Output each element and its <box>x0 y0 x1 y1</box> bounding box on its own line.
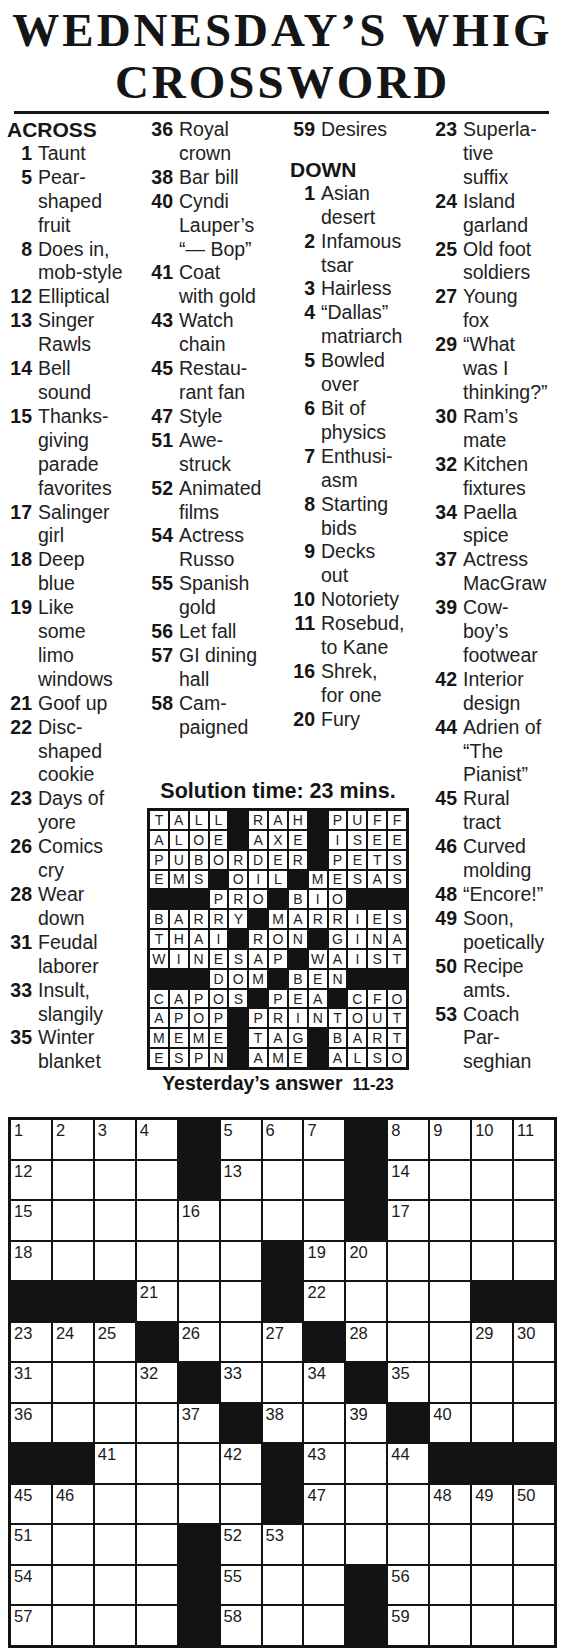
solution-cell: E <box>368 831 386 849</box>
grid-cell-r3c5[interactable]: 16 <box>179 1201 219 1240</box>
clue-number: 58 <box>148 692 179 740</box>
across-header: ACROSS <box>7 118 140 142</box>
clue: 18Deepblue <box>7 548 140 596</box>
grid-cell-r3c8[interactable] <box>304 1201 344 1240</box>
solution-cell: P <box>210 890 228 908</box>
grid-cell-r12c3[interactable] <box>95 1566 135 1605</box>
clue: 59Desires <box>290 118 423 142</box>
grid-cell-r2c13[interactable] <box>514 1161 554 1200</box>
cell-number: 29 <box>475 1323 493 1343</box>
cell-number: 22 <box>307 1282 325 1302</box>
cell-number: 46 <box>56 1485 74 1505</box>
grid-cell-r12c10[interactable]: 56 <box>388 1566 428 1605</box>
grid-cell-r10c13[interactable]: 50 <box>514 1485 554 1524</box>
grid-black-cell <box>388 1404 428 1443</box>
grid-cell-r12c1[interactable]: 54 <box>11 1566 51 1605</box>
solution-cell: C <box>150 990 168 1008</box>
yesterday-caption: Yesterday’s answer11-23 <box>132 1072 424 1095</box>
clue: 23Days ofyore <box>7 787 140 835</box>
clue-text: Spanishgold <box>179 572 281 620</box>
grid-cell-r9c3[interactable]: 41 <box>95 1444 135 1483</box>
solution-black-cell <box>170 890 188 908</box>
clue-text: Fury <box>321 708 423 732</box>
grid-cell-r8c4[interactable] <box>137 1404 177 1443</box>
solution-cell: P <box>190 1049 208 1067</box>
solution-cell: C <box>348 990 366 1008</box>
solution-cell: S <box>388 910 406 928</box>
solution-cell: A <box>348 1029 366 1047</box>
solution-cell: I <box>289 1009 307 1027</box>
grid-cell-r4c13[interactable] <box>514 1242 554 1281</box>
page-title-line1: WEDNESDAY’S WHIG <box>0 4 565 56</box>
grid-cell-r10c8[interactable]: 47 <box>304 1485 344 1524</box>
solution-cell: L <box>190 811 208 829</box>
grid-cell-r9c5[interactable] <box>179 1444 219 1483</box>
grid-cell-r12c6[interactable]: 55 <box>221 1566 261 1605</box>
grid-cell-r11c3[interactable] <box>95 1525 135 1564</box>
solution-cell: E <box>368 910 386 928</box>
solution-cell: E <box>289 831 307 849</box>
grid-cell-r11c4[interactable] <box>137 1525 177 1564</box>
clue-number: 22 <box>7 716 38 788</box>
clue: 12Elliptical <box>7 285 140 309</box>
grid-cell-r12c13[interactable] <box>514 1566 554 1605</box>
grid-cell-r2c1[interactable]: 12 <box>11 1161 51 1200</box>
solution-black-cell <box>229 1009 247 1027</box>
grid-cell-r11c7[interactable]: 53 <box>263 1525 303 1564</box>
grid-cell-r1c13[interactable]: 11 <box>514 1120 554 1159</box>
grid-cell-r7c4[interactable]: 32 <box>137 1363 177 1402</box>
grid-cell-r6c9[interactable]: 28 <box>346 1323 386 1362</box>
grid-cell-r12c11[interactable] <box>430 1566 470 1605</box>
clue: 30Ram’smate <box>432 405 565 453</box>
grid-cell-r10c6[interactable] <box>221 1485 261 1524</box>
grid-cell-r11c9[interactable] <box>346 1525 386 1564</box>
solution-cell: S <box>348 871 366 889</box>
grid-cell-r12c8[interactable] <box>304 1566 344 1605</box>
grid-black-cell <box>263 1282 303 1321</box>
grid-cell-r8c3[interactable] <box>95 1404 135 1443</box>
clue: 40CyndiLauper’s“— Bop” <box>148 190 281 262</box>
clue-number: 42 <box>432 668 463 716</box>
grid-cell-r6c2[interactable]: 24 <box>53 1323 93 1362</box>
grid-cell-r8c5[interactable]: 37 <box>179 1404 219 1443</box>
solution-cell: O <box>229 970 247 988</box>
grid-black-cell <box>514 1282 554 1321</box>
clue-text: Winterblanket <box>38 1026 140 1074</box>
solution-cell: W <box>150 950 168 968</box>
solution-cell: G <box>329 930 347 948</box>
clue-number: 1 <box>290 182 321 230</box>
grid-cell-r13c4[interactable] <box>137 1606 177 1645</box>
solution-cell: N <box>329 970 347 988</box>
grid-cell-r13c1[interactable]: 57 <box>11 1606 51 1645</box>
grid-black-cell <box>472 1444 512 1483</box>
solution-cell: A <box>269 811 287 829</box>
solution-cell: P <box>329 851 347 869</box>
grid-cell-r5c5[interactable] <box>179 1282 219 1321</box>
clue: 44Adrien of“ThePianist” <box>432 716 565 788</box>
grid-cell-r13c12[interactable] <box>472 1606 512 1645</box>
clue-column-3: 59DesiresDOWN1Asiandesert2Infamoustsar3H… <box>290 118 423 732</box>
solution-cell: T <box>388 1009 406 1027</box>
grid-black-cell <box>11 1282 51 1321</box>
solution-cell: N <box>190 950 208 968</box>
grid-cell-r10c4[interactable] <box>137 1485 177 1524</box>
grid-cell-r3c7[interactable] <box>263 1201 303 1240</box>
grid-cell-r7c8[interactable]: 34 <box>304 1363 344 1402</box>
grid-cell-r2c4[interactable] <box>137 1161 177 1200</box>
grid-cell-r6c5[interactable]: 26 <box>179 1323 219 1362</box>
clue: 47Style <box>148 405 281 429</box>
solution-cell: R <box>269 1009 287 1027</box>
solution-cell: R <box>368 1029 386 1047</box>
grid-cell-r7c7[interactable] <box>263 1363 303 1402</box>
cell-number: 7 <box>307 1120 316 1140</box>
solution-cell: W <box>309 950 327 968</box>
solution-cell: B <box>329 1029 347 1047</box>
grid-cell-r13c6[interactable]: 58 <box>221 1606 261 1645</box>
clue: 10Notoriety <box>290 588 423 612</box>
clue-text: Startingbids <box>321 493 423 541</box>
grid-cell-r13c3[interactable] <box>95 1606 135 1645</box>
grid-cell-r10c11[interactable]: 48 <box>430 1485 470 1524</box>
grid-cell-r11c8[interactable] <box>304 1525 344 1564</box>
solution-cell: I <box>170 950 188 968</box>
grid-cell-r9c6[interactable]: 42 <box>221 1444 261 1483</box>
clue-number: 33 <box>7 979 38 1027</box>
grid-cell-r4c4[interactable] <box>137 1242 177 1281</box>
solution-cell: O <box>210 990 228 1008</box>
solution-black-cell <box>309 1049 327 1067</box>
cell-number: 41 <box>98 1444 116 1464</box>
clue: 9Decksout <box>290 540 423 588</box>
grid-cell-r9c9[interactable] <box>346 1444 386 1483</box>
grid-cell-r7c2[interactable] <box>53 1363 93 1402</box>
solution-cell: O <box>388 990 406 1008</box>
clue-number: 57 <box>148 644 179 692</box>
grid-cell-r11c11[interactable] <box>430 1525 470 1564</box>
grid-cell-r3c12[interactable] <box>472 1201 512 1240</box>
solution-black-cell <box>249 990 267 1008</box>
solution-black-cell <box>269 890 287 908</box>
solution-cell: M <box>150 1029 168 1047</box>
grid-cell-r5c8[interactable]: 22 <box>304 1282 344 1321</box>
clue-number: 13 <box>7 309 38 357</box>
grid-cell-r2c7[interactable] <box>263 1161 303 1200</box>
clue-number: 53 <box>432 1003 463 1075</box>
solution-cell: R <box>229 851 247 869</box>
cell-number: 9 <box>433 1120 442 1140</box>
grid-cell-r13c7[interactable] <box>263 1606 303 1645</box>
grid-cell-r2c8[interactable] <box>304 1161 344 1200</box>
grid-cell-r2c3[interactable] <box>95 1161 135 1200</box>
clue-text: ActressRusso <box>179 524 281 572</box>
grid-cell-r5c4[interactable]: 21 <box>137 1282 177 1321</box>
grid-cell-r10c10[interactable] <box>388 1485 428 1524</box>
grid-cell-r11c13[interactable] <box>514 1525 554 1564</box>
cell-number: 8 <box>391 1120 400 1140</box>
solution-cell: N <box>210 1049 228 1067</box>
clue-number: 6 <box>290 397 321 445</box>
grid-cell-r1c8[interactable]: 7 <box>304 1120 344 1159</box>
grid-cell-r3c6[interactable] <box>221 1201 261 1240</box>
solution-black-cell <box>229 930 247 948</box>
solution-black-cell <box>289 950 307 968</box>
solution-black-cell <box>368 970 386 988</box>
solution-cell: A <box>249 950 267 968</box>
grid-cell-r8c2[interactable] <box>53 1404 93 1443</box>
grid-cell-r10c5[interactable] <box>179 1485 219 1524</box>
clue-number: 23 <box>7 787 38 835</box>
grid-cell-r10c1[interactable]: 45 <box>11 1485 51 1524</box>
grid-cell-r10c9[interactable] <box>346 1485 386 1524</box>
solution-cell: E <box>348 851 366 869</box>
clue-number: 9 <box>290 540 321 588</box>
clue-number: 21 <box>7 692 38 716</box>
clue-text: Paellaspice <box>463 501 565 549</box>
clue: 32Kitchenfixtures <box>432 453 565 501</box>
clue-text: Infamoustsar <box>321 230 423 278</box>
clue-text: Does in,mob-style <box>38 238 140 286</box>
solution-cell: I <box>348 950 366 968</box>
cell-number: 17 <box>391 1201 409 1221</box>
cell-number: 40 <box>433 1404 451 1424</box>
cell-number: 45 <box>14 1485 32 1505</box>
grid-cell-r3c2[interactable] <box>53 1201 93 1240</box>
grid-cell-r6c6[interactable] <box>221 1323 261 1362</box>
grid-cell-r9c4[interactable] <box>137 1444 177 1483</box>
puzzle-date: 11-23 <box>353 1075 394 1093</box>
clue-number: 44 <box>432 716 463 788</box>
grid-cell-r7c11[interactable] <box>430 1363 470 1402</box>
grid-cell-r4c5[interactable] <box>179 1242 219 1281</box>
grid-cell-r1c3[interactable]: 3 <box>95 1120 135 1159</box>
solution-cell: M <box>249 970 267 988</box>
grid-cell-r4c9[interactable]: 20 <box>346 1242 386 1281</box>
grid-cell-r8c9[interactable]: 39 <box>346 1404 386 1443</box>
grid-cell-r12c2[interactable] <box>53 1566 93 1605</box>
grid-cell-r5c9[interactable] <box>346 1282 386 1321</box>
clue-text: “Whatwas Ithinking?” <box>463 333 565 405</box>
grid-cell-r11c10[interactable] <box>388 1525 428 1564</box>
grid-cell-r8c1[interactable]: 36 <box>11 1404 51 1443</box>
grid-cell-r12c7[interactable] <box>263 1566 303 1605</box>
grid-black-cell <box>263 1242 303 1281</box>
grid-cell-r7c13[interactable] <box>514 1363 554 1402</box>
grid-cell-r6c3[interactable]: 25 <box>95 1323 135 1362</box>
cell-number: 42 <box>224 1444 242 1464</box>
grid-cell-r12c4[interactable] <box>137 1566 177 1605</box>
clue: 29“Whatwas Ithinking?” <box>432 333 565 405</box>
cell-number: 50 <box>517 1485 535 1505</box>
grid-cell-r8c11[interactable]: 40 <box>430 1404 470 1443</box>
clue-text: Awe-struck <box>179 429 281 477</box>
grid-cell-r13c13[interactable] <box>514 1606 554 1645</box>
grid-cell-r1c6[interactable]: 5 <box>221 1120 261 1159</box>
grid-cell-r3c4[interactable] <box>137 1201 177 1240</box>
grid-cell-r5c6[interactable] <box>221 1282 261 1321</box>
grid-cell-r8c12[interactable] <box>472 1404 512 1443</box>
grid-cell-r1c1[interactable]: 1 <box>11 1120 51 1159</box>
grid-cell-r13c10[interactable]: 59 <box>388 1606 428 1645</box>
clue-text: Feudallaborer <box>38 931 140 979</box>
cell-number: 6 <box>266 1120 275 1140</box>
grid-cell-r7c10[interactable]: 35 <box>388 1363 428 1402</box>
grid-cell-r11c1[interactable]: 51 <box>11 1525 51 1564</box>
solution-black-cell <box>348 970 366 988</box>
grid-cell-r7c1[interactable]: 31 <box>11 1363 51 1402</box>
grid-black-cell <box>179 1363 219 1402</box>
solution-cell: E <box>170 1029 188 1047</box>
clue-number: 32 <box>432 453 463 501</box>
clue-number: 45 <box>148 357 179 405</box>
grid-cell-r2c2[interactable] <box>53 1161 93 1200</box>
grid-cell-r5c10[interactable] <box>388 1282 428 1321</box>
grid-cell-r3c11[interactable] <box>430 1201 470 1240</box>
grid-cell-r2c6[interactable]: 13 <box>221 1161 261 1200</box>
grid-cell-r11c2[interactable] <box>53 1525 93 1564</box>
cell-number: 56 <box>391 1566 409 1586</box>
grid-cell-r8c7[interactable]: 38 <box>263 1404 303 1443</box>
clue-text: Interiordesign <box>463 668 565 716</box>
clue: 22Disc-shapedcookie <box>7 716 140 788</box>
clue-number: 2 <box>290 230 321 278</box>
grid-black-cell <box>263 1444 303 1483</box>
solution-cell: S <box>368 950 386 968</box>
grid-cell-r9c8[interactable]: 43 <box>304 1444 344 1483</box>
clue-text: Hairless <box>321 277 423 301</box>
clue-text: Thanks-givingparadefavorites <box>38 405 140 501</box>
clue: 45Restau-rant fan <box>148 357 281 405</box>
clue-text: Weardown <box>38 883 140 931</box>
clue-number: 50 <box>432 955 463 1003</box>
grid-cell-r2c11[interactable] <box>430 1161 470 1200</box>
cell-number: 51 <box>14 1525 32 1545</box>
grid-cell-r3c3[interactable] <box>95 1201 135 1240</box>
solution-time: Solution time: 23 mins. <box>132 779 424 804</box>
grid-black-cell <box>179 1525 219 1564</box>
grid-cell-r2c12[interactable] <box>472 1161 512 1200</box>
grid-cell-r7c3[interactable] <box>95 1363 135 1402</box>
grid-cell-r13c2[interactable] <box>53 1606 93 1645</box>
clue-text: Let fall <box>179 620 281 644</box>
grid-black-cell <box>95 1282 135 1321</box>
grid-cell-r6c11[interactable] <box>430 1323 470 1362</box>
grid-cell-r5c11[interactable] <box>430 1282 470 1321</box>
grid-cell-r10c2[interactable]: 46 <box>53 1485 93 1524</box>
grid-cell-r4c1[interactable]: 18 <box>11 1242 51 1281</box>
solution-cell: P <box>190 990 208 1008</box>
solution-cell: E <box>289 1049 307 1067</box>
grid-cell-r1c7[interactable]: 6 <box>263 1120 303 1159</box>
cell-number: 34 <box>307 1363 325 1383</box>
clue-number: 16 <box>290 660 321 708</box>
cell-number: 32 <box>140 1363 158 1383</box>
grid-black-cell <box>179 1120 219 1159</box>
grid-cell-r6c7[interactable]: 27 <box>263 1323 303 1362</box>
clue-number: 39 <box>432 596 463 668</box>
grid-cell-r4c10[interactable] <box>388 1242 428 1281</box>
grid-black-cell <box>346 1120 386 1159</box>
grid-cell-r12c12[interactable] <box>472 1566 512 1605</box>
grid-black-cell <box>346 1201 386 1240</box>
grid-cell-r1c12[interactable]: 10 <box>472 1120 512 1159</box>
grid-cell-r4c12[interactable] <box>472 1242 512 1281</box>
cell-number: 43 <box>307 1444 325 1464</box>
grid-cell-r4c2[interactable] <box>53 1242 93 1281</box>
grid-cell-r6c1[interactable]: 23 <box>11 1323 51 1362</box>
clue: 45Ruraltract <box>432 787 565 835</box>
grid-cell-r6c12[interactable]: 29 <box>472 1323 512 1362</box>
grid-cell-r4c6[interactable] <box>221 1242 261 1281</box>
clue-number: 36 <box>148 118 179 166</box>
solution-cell: E <box>269 851 287 869</box>
grid-cell-r10c3[interactable] <box>95 1485 135 1524</box>
clue: 23Superla-tivesuffix <box>432 118 565 190</box>
solution-black-cell <box>309 811 327 829</box>
grid-cell-r8c8[interactable] <box>304 1404 344 1443</box>
grid-cell-r6c13[interactable]: 30 <box>514 1323 554 1362</box>
grid-cell-r9c10[interactable]: 44 <box>388 1444 428 1483</box>
grid-cell-r11c6[interactable]: 52 <box>221 1525 261 1564</box>
clue-column-1: ACROSS1Taunt5Pear-shapedfruit8Does in,mo… <box>7 118 140 1074</box>
grid-cell-r4c3[interactable] <box>95 1242 135 1281</box>
grid-cell-r1c11[interactable]: 9 <box>430 1120 470 1159</box>
solution-cell: I <box>348 910 366 928</box>
grid-cell-r13c11[interactable] <box>430 1606 470 1645</box>
grid-black-cell <box>346 1161 386 1200</box>
clue-text: Desires <box>321 118 423 142</box>
grid-cell-r7c6[interactable]: 33 <box>221 1363 261 1402</box>
clue-text: Bar bill <box>179 166 281 190</box>
solution-cell: S <box>170 1049 188 1067</box>
grid-cell-r3c1[interactable]: 15 <box>11 1201 51 1240</box>
clue-text: Decksout <box>321 540 423 588</box>
solution-cell: T <box>249 1029 267 1047</box>
clue-number: 51 <box>148 429 179 477</box>
grid-cell-r6c10[interactable] <box>388 1323 428 1362</box>
grid-black-cell <box>137 1323 177 1362</box>
grid-cell-r1c4[interactable]: 4 <box>137 1120 177 1159</box>
grid-black-cell <box>472 1282 512 1321</box>
grid-cell-r8c13[interactable] <box>514 1404 554 1443</box>
cell-number: 28 <box>349 1323 367 1343</box>
page-title: WEDNESDAY’S WHIG CROSSWORD <box>0 4 565 108</box>
grid-cell-r3c10[interactable]: 17 <box>388 1201 428 1240</box>
solution-cell: O <box>269 930 287 948</box>
grid-cell-r4c8[interactable]: 19 <box>304 1242 344 1281</box>
clue: 36Royalcrown <box>148 118 281 166</box>
grid-cell-r7c12[interactable] <box>472 1363 512 1402</box>
solution-cell: U <box>348 811 366 829</box>
grid-cell-r2c10[interactable]: 14 <box>388 1161 428 1200</box>
solution-cell: T <box>368 851 386 869</box>
grid-cell-r4c11[interactable] <box>430 1242 470 1281</box>
solution-cell: O <box>190 1009 208 1027</box>
grid-cell-r11c12[interactable] <box>472 1525 512 1564</box>
grid-cell-r13c8[interactable] <box>304 1606 344 1645</box>
solution-black-cell <box>289 871 307 889</box>
grid-cell-r3c13[interactable] <box>514 1201 554 1240</box>
solution-cell: S <box>388 871 406 889</box>
cell-number: 10 <box>475 1120 493 1140</box>
cell-number: 54 <box>14 1566 32 1586</box>
grid-cell-r1c10[interactable]: 8 <box>388 1120 428 1159</box>
clue: 24Islandgarland <box>432 190 565 238</box>
grid-cell-r1c2[interactable]: 2 <box>53 1120 93 1159</box>
grid-cell-r10c12[interactable]: 49 <box>472 1485 512 1524</box>
